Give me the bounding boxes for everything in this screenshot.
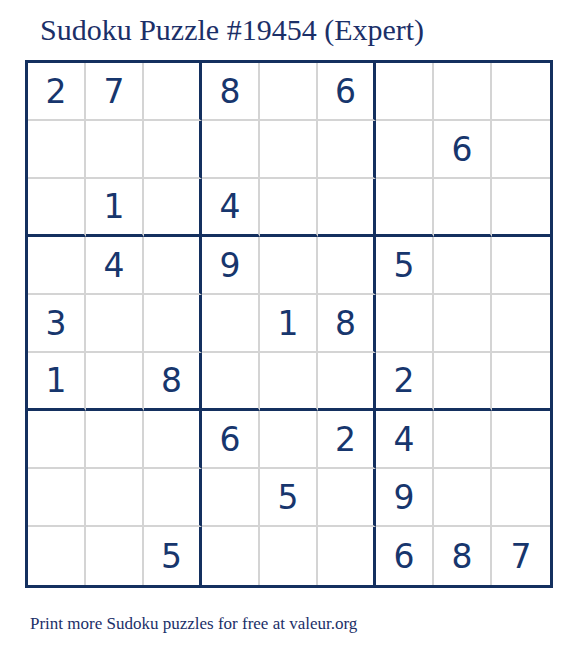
- cell-r2c5[interactable]: [260, 121, 318, 179]
- cell-r8c8[interactable]: [434, 469, 492, 527]
- cell-r6c7[interactable]: 2: [376, 353, 434, 411]
- cell-r3c9[interactable]: [492, 179, 550, 237]
- cell-r8c2[interactable]: [86, 469, 144, 527]
- cell-r8c9[interactable]: [492, 469, 550, 527]
- cell-r6c1[interactable]: 1: [28, 353, 86, 411]
- cell-r4c3[interactable]: [144, 237, 202, 295]
- cell-r2c8[interactable]: 6: [434, 121, 492, 179]
- cell-r7c9[interactable]: [492, 411, 550, 469]
- cell-r2c3[interactable]: [144, 121, 202, 179]
- cell-r8c7[interactable]: 9: [376, 469, 434, 527]
- cell-r6c6[interactable]: [318, 353, 376, 411]
- cell-r8c5[interactable]: 5: [260, 469, 318, 527]
- cell-r9c6[interactable]: [318, 527, 376, 585]
- cell-r3c8[interactable]: [434, 179, 492, 237]
- cell-r3c2[interactable]: 1: [86, 179, 144, 237]
- cell-r7c8[interactable]: [434, 411, 492, 469]
- cell-r2c7[interactable]: [376, 121, 434, 179]
- cell-r4c2[interactable]: 4: [86, 237, 144, 295]
- cell-r5c1[interactable]: 3: [28, 295, 86, 353]
- cell-r8c6[interactable]: [318, 469, 376, 527]
- cell-r9c1[interactable]: [28, 527, 86, 585]
- cell-r2c1[interactable]: [28, 121, 86, 179]
- cell-r1c2[interactable]: 7: [86, 63, 144, 121]
- footer-credit: Print more Sudoku puzzles for free at va…: [30, 614, 357, 634]
- cell-r1c8[interactable]: [434, 63, 492, 121]
- cell-r5c7[interactable]: [376, 295, 434, 353]
- cell-r5c3[interactable]: [144, 295, 202, 353]
- cell-r3c1[interactable]: [28, 179, 86, 237]
- cell-r6c4[interactable]: [202, 353, 260, 411]
- cell-r4c6[interactable]: [318, 237, 376, 295]
- cell-r7c5[interactable]: [260, 411, 318, 469]
- cell-r3c3[interactable]: [144, 179, 202, 237]
- cell-r3c5[interactable]: [260, 179, 318, 237]
- cell-r6c8[interactable]: [434, 353, 492, 411]
- cell-r7c3[interactable]: [144, 411, 202, 469]
- cell-r1c3[interactable]: [144, 63, 202, 121]
- cell-r7c1[interactable]: [28, 411, 86, 469]
- page-title: Sudoku Puzzle #19454 (Expert): [40, 12, 424, 48]
- cell-r1c6[interactable]: 6: [318, 63, 376, 121]
- cell-r1c7[interactable]: [376, 63, 434, 121]
- cell-r8c3[interactable]: [144, 469, 202, 527]
- cell-r1c1[interactable]: 2: [28, 63, 86, 121]
- cell-r2c2[interactable]: [86, 121, 144, 179]
- cell-r7c2[interactable]: [86, 411, 144, 469]
- cell-r1c9[interactable]: [492, 63, 550, 121]
- cell-r3c6[interactable]: [318, 179, 376, 237]
- cell-r7c7[interactable]: 4: [376, 411, 434, 469]
- cell-r5c8[interactable]: [434, 295, 492, 353]
- cell-r6c3[interactable]: 8: [144, 353, 202, 411]
- cell-r6c2[interactable]: [86, 353, 144, 411]
- cell-r8c1[interactable]: [28, 469, 86, 527]
- cell-r4c5[interactable]: [260, 237, 318, 295]
- cell-r2c4[interactable]: [202, 121, 260, 179]
- cell-r5c6[interactable]: 8: [318, 295, 376, 353]
- cell-r2c6[interactable]: [318, 121, 376, 179]
- cell-r3c7[interactable]: [376, 179, 434, 237]
- cell-r8c4[interactable]: [202, 469, 260, 527]
- cell-r9c5[interactable]: [260, 527, 318, 585]
- cell-r4c1[interactable]: [28, 237, 86, 295]
- cell-r5c2[interactable]: [86, 295, 144, 353]
- cell-r9c4[interactable]: [202, 527, 260, 585]
- cell-r9c7[interactable]: 6: [376, 527, 434, 585]
- cell-r4c9[interactable]: [492, 237, 550, 295]
- cell-r3c4[interactable]: 4: [202, 179, 260, 237]
- cell-r1c4[interactable]: 8: [202, 63, 260, 121]
- cell-r9c2[interactable]: [86, 527, 144, 585]
- cell-r9c8[interactable]: 8: [434, 527, 492, 585]
- cell-r7c4[interactable]: 6: [202, 411, 260, 469]
- cell-r6c9[interactable]: [492, 353, 550, 411]
- cell-r5c4[interactable]: [202, 295, 260, 353]
- cell-r5c9[interactable]: [492, 295, 550, 353]
- cell-r6c5[interactable]: [260, 353, 318, 411]
- cell-r5c5[interactable]: 1: [260, 295, 318, 353]
- cell-r4c8[interactable]: [434, 237, 492, 295]
- cell-r7c6[interactable]: 2: [318, 411, 376, 469]
- cell-r2c9[interactable]: [492, 121, 550, 179]
- cell-r9c9[interactable]: 7: [492, 527, 550, 585]
- sudoku-board: 2786614495318182624595687: [25, 60, 553, 588]
- cell-r4c7[interactable]: 5: [376, 237, 434, 295]
- cell-r1c5[interactable]: [260, 63, 318, 121]
- cell-r4c4[interactable]: 9: [202, 237, 260, 295]
- sudoku-page: Sudoku Puzzle #19454 (Expert) 2786614495…: [0, 0, 580, 651]
- cell-r9c3[interactable]: 5: [144, 527, 202, 585]
